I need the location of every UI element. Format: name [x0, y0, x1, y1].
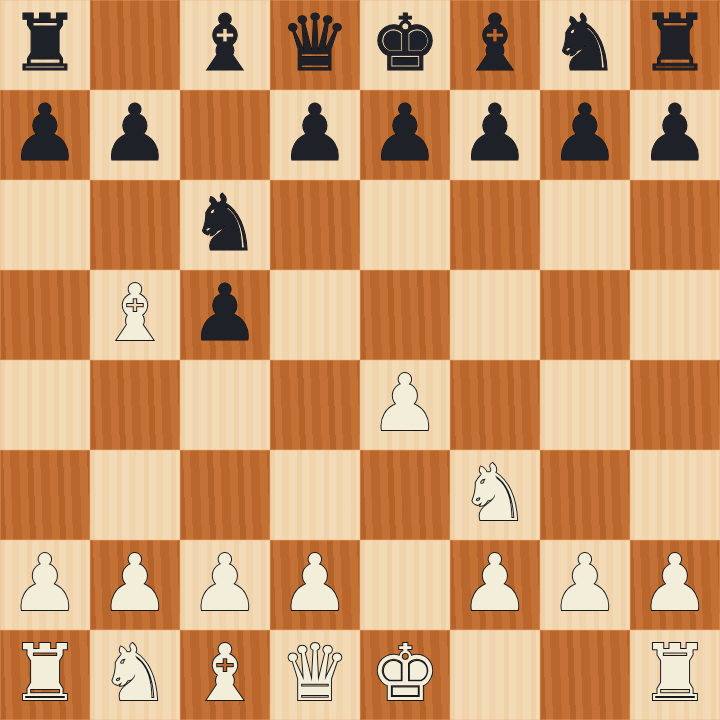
square-c3[interactable]: [180, 450, 270, 540]
square-c4[interactable]: [180, 360, 270, 450]
square-d4[interactable]: [270, 360, 360, 450]
square-b1[interactable]: ♞: [90, 630, 180, 720]
square-f8[interactable]: ♝: [450, 0, 540, 90]
square-d2[interactable]: ♟: [270, 540, 360, 630]
square-f4[interactable]: [450, 360, 540, 450]
square-g5[interactable]: [540, 270, 630, 360]
piece-black-rook[interactable]: ♜: [640, 4, 710, 82]
square-h2[interactable]: ♟: [630, 540, 720, 630]
piece-white-pawn[interactable]: ♟: [460, 544, 530, 622]
square-b6[interactable]: [90, 180, 180, 270]
square-f2[interactable]: ♟: [450, 540, 540, 630]
piece-white-rook[interactable]: ♜: [10, 634, 80, 712]
square-h4[interactable]: [630, 360, 720, 450]
square-d6[interactable]: [270, 180, 360, 270]
square-a7[interactable]: ♟: [0, 90, 90, 180]
piece-white-knight[interactable]: ♞: [100, 634, 170, 712]
chess-board: ♜♝♛♚♝♞♜♟♟♟♟♟♟♟♞♝♟♟♞♟♟♟♟♟♟♟♜♞♝♛♚♜: [0, 0, 720, 720]
square-d3[interactable]: [270, 450, 360, 540]
square-e5[interactable]: [360, 270, 450, 360]
piece-white-pawn[interactable]: ♟: [100, 544, 170, 622]
square-e4[interactable]: ♟: [360, 360, 450, 450]
square-b5[interactable]: ♝: [90, 270, 180, 360]
square-a8[interactable]: ♜: [0, 0, 90, 90]
square-c8[interactable]: ♝: [180, 0, 270, 90]
square-b8[interactable]: [90, 0, 180, 90]
piece-black-pawn[interactable]: ♟: [550, 94, 620, 172]
square-e2[interactable]: [360, 540, 450, 630]
piece-black-bishop[interactable]: ♝: [460, 4, 530, 82]
piece-black-bishop[interactable]: ♝: [190, 4, 260, 82]
square-h5[interactable]: [630, 270, 720, 360]
square-f7[interactable]: ♟: [450, 90, 540, 180]
square-c5[interactable]: ♟: [180, 270, 270, 360]
square-d1[interactable]: ♛: [270, 630, 360, 720]
square-e7[interactable]: ♟: [360, 90, 450, 180]
square-e3[interactable]: [360, 450, 450, 540]
square-c6[interactable]: ♞: [180, 180, 270, 270]
square-g7[interactable]: ♟: [540, 90, 630, 180]
piece-white-pawn[interactable]: ♟: [640, 544, 710, 622]
piece-white-pawn[interactable]: ♟: [550, 544, 620, 622]
square-f1[interactable]: [450, 630, 540, 720]
square-h6[interactable]: [630, 180, 720, 270]
piece-white-knight[interactable]: ♞: [460, 454, 530, 532]
square-d5[interactable]: [270, 270, 360, 360]
piece-black-pawn[interactable]: ♟: [460, 94, 530, 172]
square-e6[interactable]: [360, 180, 450, 270]
piece-black-pawn[interactable]: ♟: [190, 274, 260, 352]
piece-white-king[interactable]: ♚: [370, 634, 440, 712]
square-c7[interactable]: [180, 90, 270, 180]
piece-white-pawn[interactable]: ♟: [190, 544, 260, 622]
square-f6[interactable]: [450, 180, 540, 270]
square-c2[interactable]: ♟: [180, 540, 270, 630]
square-a1[interactable]: ♜: [0, 630, 90, 720]
square-f5[interactable]: [450, 270, 540, 360]
piece-black-pawn[interactable]: ♟: [280, 94, 350, 172]
square-a3[interactable]: [0, 450, 90, 540]
square-h1[interactable]: ♜: [630, 630, 720, 720]
piece-black-pawn[interactable]: ♟: [370, 94, 440, 172]
square-b2[interactable]: ♟: [90, 540, 180, 630]
piece-white-queen[interactable]: ♛: [280, 634, 350, 712]
square-e8[interactable]: ♚: [360, 0, 450, 90]
piece-white-pawn[interactable]: ♟: [10, 544, 80, 622]
square-h7[interactable]: ♟: [630, 90, 720, 180]
piece-black-pawn[interactable]: ♟: [100, 94, 170, 172]
square-g4[interactable]: [540, 360, 630, 450]
piece-black-king[interactable]: ♚: [370, 4, 440, 82]
piece-black-queen[interactable]: ♛: [280, 4, 350, 82]
square-f3[interactable]: ♞: [450, 450, 540, 540]
piece-white-rook[interactable]: ♜: [640, 634, 710, 712]
piece-black-knight[interactable]: ♞: [190, 184, 260, 262]
square-b4[interactable]: [90, 360, 180, 450]
square-c1[interactable]: ♝: [180, 630, 270, 720]
piece-white-bishop[interactable]: ♝: [100, 274, 170, 352]
square-d8[interactable]: ♛: [270, 0, 360, 90]
piece-white-pawn[interactable]: ♟: [370, 364, 440, 442]
piece-black-pawn[interactable]: ♟: [10, 94, 80, 172]
square-g3[interactable]: [540, 450, 630, 540]
square-g2[interactable]: ♟: [540, 540, 630, 630]
piece-black-knight[interactable]: ♞: [550, 4, 620, 82]
square-g8[interactable]: ♞: [540, 0, 630, 90]
square-b7[interactable]: ♟: [90, 90, 180, 180]
square-d7[interactable]: ♟: [270, 90, 360, 180]
piece-white-pawn[interactable]: ♟: [280, 544, 350, 622]
square-h8[interactable]: ♜: [630, 0, 720, 90]
square-h3[interactable]: [630, 450, 720, 540]
square-a4[interactable]: [0, 360, 90, 450]
piece-black-rook[interactable]: ♜: [10, 4, 80, 82]
square-a5[interactable]: [0, 270, 90, 360]
square-a2[interactable]: ♟: [0, 540, 90, 630]
piece-black-pawn[interactable]: ♟: [640, 94, 710, 172]
square-g1[interactable]: [540, 630, 630, 720]
square-b3[interactable]: [90, 450, 180, 540]
square-a6[interactable]: [0, 180, 90, 270]
square-g6[interactable]: [540, 180, 630, 270]
square-e1[interactable]: ♚: [360, 630, 450, 720]
piece-white-bishop[interactable]: ♝: [190, 634, 260, 712]
